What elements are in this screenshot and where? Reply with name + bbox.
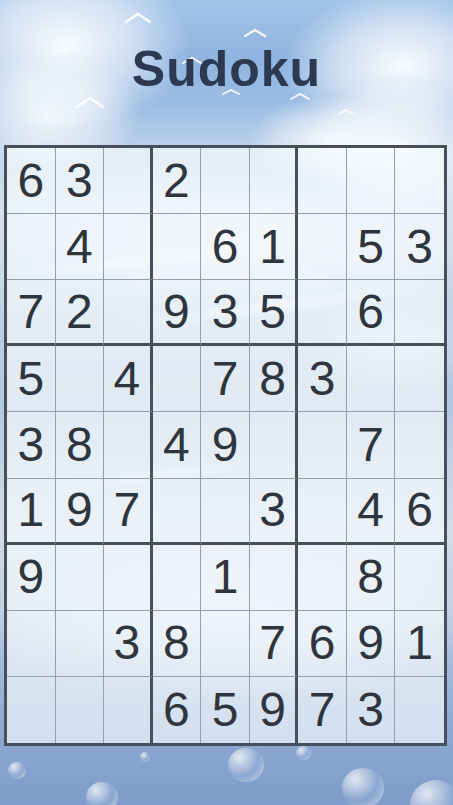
- cell-r5c8[interactable]: 7: [347, 412, 396, 478]
- cell-r5c1[interactable]: 3: [7, 412, 56, 478]
- cell-r4c1[interactable]: 5: [7, 346, 56, 412]
- cell-r7c8[interactable]: 8: [347, 545, 396, 611]
- bubble: [228, 748, 264, 782]
- cell-r1c6[interactable]: [250, 148, 299, 214]
- cell-r8c7[interactable]: 6: [298, 611, 347, 677]
- cell-r3c8[interactable]: 6: [347, 280, 396, 346]
- cell-r3c2[interactable]: 2: [56, 280, 105, 346]
- cell-r5c2[interactable]: 8: [56, 412, 105, 478]
- cell-r7c4[interactable]: [153, 545, 202, 611]
- bubble: [296, 746, 311, 760]
- cell-r9c4[interactable]: 6: [153, 677, 202, 743]
- cell-r1c5[interactable]: [201, 148, 250, 214]
- cell-r9c3[interactable]: [104, 677, 153, 743]
- cell-r6c1[interactable]: 1: [7, 479, 56, 545]
- cell-r2c7[interactable]: [298, 214, 347, 280]
- cell-r8c9[interactable]: 1: [395, 611, 444, 677]
- cell-r9c2[interactable]: [56, 677, 105, 743]
- cell-r1c3[interactable]: [104, 148, 153, 214]
- cell-r8c8[interactable]: 9: [347, 611, 396, 677]
- cell-r1c1[interactable]: 6: [7, 148, 56, 214]
- bubble: [86, 782, 118, 805]
- cell-r6c7[interactable]: [298, 479, 347, 545]
- cell-r2c1[interactable]: [7, 214, 56, 280]
- cell-r3c6[interactable]: 5: [250, 280, 299, 346]
- cell-r5c6[interactable]: [250, 412, 299, 478]
- cell-r6c2[interactable]: 9: [56, 479, 105, 545]
- cell-r8c6[interactable]: 7: [250, 611, 299, 677]
- bubble: [8, 762, 26, 779]
- cell-r9c1[interactable]: [7, 677, 56, 743]
- cell-r6c5[interactable]: [201, 479, 250, 545]
- cell-r7c7[interactable]: [298, 545, 347, 611]
- page-title: Sudoku: [0, 40, 453, 98]
- cell-r3c7[interactable]: [298, 280, 347, 346]
- cell-r8c3[interactable]: 3: [104, 611, 153, 677]
- cell-r6c4[interactable]: [153, 479, 202, 545]
- cell-r7c1[interactable]: 9: [7, 545, 56, 611]
- cell-r4c2[interactable]: [56, 346, 105, 412]
- cell-r2c3[interactable]: [104, 214, 153, 280]
- bird-icon: [338, 108, 354, 116]
- cell-r9c7[interactable]: 7: [298, 677, 347, 743]
- cell-r9c9[interactable]: [395, 677, 444, 743]
- cell-r9c8[interactable]: 3: [347, 677, 396, 743]
- cell-r6c8[interactable]: 4: [347, 479, 396, 545]
- cell-r4c4[interactable]: [153, 346, 202, 412]
- cell-r7c6[interactable]: [250, 545, 299, 611]
- cell-r2c6[interactable]: 1: [250, 214, 299, 280]
- cell-r2c5[interactable]: 6: [201, 214, 250, 280]
- cell-r6c6[interactable]: 3: [250, 479, 299, 545]
- cell-r6c9[interactable]: 6: [395, 479, 444, 545]
- cell-r8c1[interactable]: [7, 611, 56, 677]
- cell-r2c8[interactable]: 5: [347, 214, 396, 280]
- cell-r5c3[interactable]: [104, 412, 153, 478]
- bird-icon: [244, 28, 266, 38]
- cell-r1c2[interactable]: 3: [56, 148, 105, 214]
- bird-icon: [125, 12, 151, 24]
- cell-r6c3[interactable]: 7: [104, 479, 153, 545]
- cell-r3c3[interactable]: [104, 280, 153, 346]
- cell-r4c9[interactable]: [395, 346, 444, 412]
- cell-r4c5[interactable]: 7: [201, 346, 250, 412]
- cell-r2c4[interactable]: [153, 214, 202, 280]
- cell-r9c6[interactable]: 9: [250, 677, 299, 743]
- cell-r8c5[interactable]: [201, 611, 250, 677]
- cell-r1c7[interactable]: [298, 148, 347, 214]
- cell-r2c9[interactable]: 3: [395, 214, 444, 280]
- cell-r3c4[interactable]: 9: [153, 280, 202, 346]
- bubble: [140, 752, 150, 762]
- bubble: [410, 780, 453, 805]
- cell-r1c8[interactable]: [347, 148, 396, 214]
- cell-r4c7[interactable]: 3: [298, 346, 347, 412]
- cell-r4c8[interactable]: [347, 346, 396, 412]
- cell-r8c4[interactable]: 8: [153, 611, 202, 677]
- cell-r9c5[interactable]: 5: [201, 677, 250, 743]
- cell-r4c6[interactable]: 8: [250, 346, 299, 412]
- cell-r1c9[interactable]: [395, 148, 444, 214]
- cell-r2c2[interactable]: 4: [56, 214, 105, 280]
- cell-r8c2[interactable]: [56, 611, 105, 677]
- cell-r5c5[interactable]: 9: [201, 412, 250, 478]
- cell-r5c9[interactable]: [395, 412, 444, 478]
- app-screen: Sudoku 632461537293565478338497197346918…: [0, 0, 453, 805]
- cell-r3c9[interactable]: [395, 280, 444, 346]
- sudoku-board: 6324615372935654783384971973469183876916…: [4, 145, 447, 746]
- cell-r3c5[interactable]: 3: [201, 280, 250, 346]
- cell-r7c5[interactable]: 1: [201, 545, 250, 611]
- cell-r7c2[interactable]: [56, 545, 105, 611]
- cell-r3c1[interactable]: 7: [7, 280, 56, 346]
- cell-r5c4[interactable]: 4: [153, 412, 202, 478]
- cell-r1c4[interactable]: 2: [153, 148, 202, 214]
- cell-r7c3[interactable]: [104, 545, 153, 611]
- cell-r4c3[interactable]: 4: [104, 346, 153, 412]
- cell-r5c7[interactable]: [298, 412, 347, 478]
- bubble: [342, 768, 384, 805]
- cell-r7c9[interactable]: [395, 545, 444, 611]
